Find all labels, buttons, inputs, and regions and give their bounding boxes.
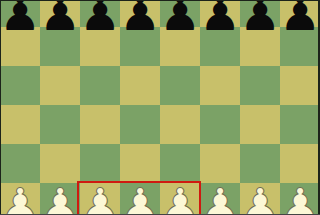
square-d3[interactable] [120, 144, 160, 183]
square-f3[interactable] [200, 144, 240, 183]
board-edge-top [0, 0, 320, 1]
square-f4[interactable] [200, 105, 240, 144]
square-h7[interactable]: ♟ [280, 0, 320, 27]
square-a7[interactable]: ♟ [0, 0, 40, 27]
square-g5[interactable] [240, 66, 280, 105]
square-c6[interactable] [80, 27, 120, 66]
chess-board: ♟♟♟♟♟♟♟♟♟♟♟♟♟♟♟♟ [0, 0, 320, 214]
white-pawn: ♟ [159, 182, 200, 215]
square-c7[interactable]: ♟ [80, 0, 120, 27]
square-f5[interactable] [200, 66, 240, 105]
square-b6[interactable] [40, 27, 80, 66]
square-g3[interactable] [240, 144, 280, 183]
square-f2[interactable]: ♟ [200, 183, 240, 214]
square-e3[interactable] [160, 144, 200, 183]
white-pawn: ♟ [279, 182, 320, 215]
square-e4[interactable] [160, 105, 200, 144]
square-b7[interactable]: ♟ [40, 0, 80, 27]
square-f6[interactable] [200, 27, 240, 66]
square-e7[interactable]: ♟ [160, 0, 200, 27]
square-c4[interactable] [80, 105, 120, 144]
square-h6[interactable] [280, 27, 320, 66]
square-a5[interactable] [0, 66, 40, 105]
square-h4[interactable] [280, 105, 320, 144]
square-a4[interactable] [0, 105, 40, 144]
chess-board-viewport: ♟♟♟♟♟♟♟♟♟♟♟♟♟♟♟♟ [0, 0, 320, 214]
square-h5[interactable] [280, 66, 320, 105]
square-e2[interactable]: ♟ [160, 183, 200, 214]
square-f7[interactable]: ♟ [200, 0, 240, 27]
square-a6[interactable] [0, 27, 40, 66]
square-h2[interactable]: ♟ [280, 183, 320, 214]
square-d2[interactable]: ♟ [120, 183, 160, 214]
square-e5[interactable] [160, 66, 200, 105]
square-a2[interactable]: ♟ [0, 183, 40, 214]
square-h3[interactable] [280, 144, 320, 183]
square-b2[interactable]: ♟ [40, 183, 80, 214]
white-pawn: ♟ [239, 182, 280, 215]
square-e6[interactable] [160, 27, 200, 66]
square-a3[interactable] [0, 144, 40, 183]
white-pawn: ♟ [119, 182, 160, 215]
square-b3[interactable] [40, 144, 80, 183]
square-g4[interactable] [240, 105, 280, 144]
white-pawn: ♟ [0, 182, 41, 215]
square-b4[interactable] [40, 105, 80, 144]
square-b5[interactable] [40, 66, 80, 105]
square-d7[interactable]: ♟ [120, 0, 160, 27]
square-g2[interactable]: ♟ [240, 183, 280, 214]
square-c5[interactable] [80, 66, 120, 105]
white-pawn: ♟ [39, 182, 80, 215]
square-g6[interactable] [240, 27, 280, 66]
square-d6[interactable] [120, 27, 160, 66]
white-pawn: ♟ [199, 182, 240, 215]
square-d5[interactable] [120, 66, 160, 105]
board-edge-left [0, 0, 1, 214]
square-c2[interactable]: ♟ [80, 183, 120, 214]
white-pawn: ♟ [79, 182, 120, 215]
square-c3[interactable] [80, 144, 120, 183]
square-g7[interactable]: ♟ [240, 0, 280, 27]
square-d4[interactable] [120, 105, 160, 144]
